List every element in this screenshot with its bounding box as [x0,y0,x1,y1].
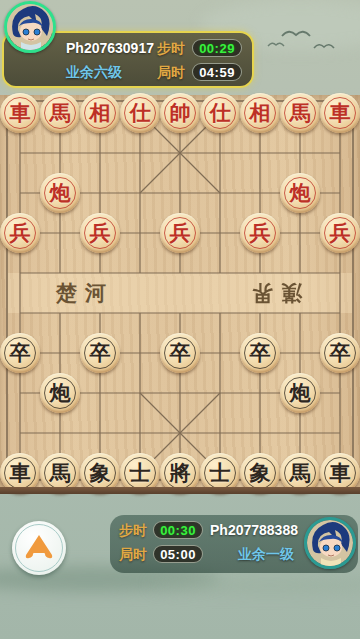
piece-red-馬[interactable]: 馬 [280,93,320,133]
bottom-step-timer: 00:30 [153,521,203,539]
top-game-timer: 04:59 [192,63,242,81]
bottom-player-level: 业余一级 [238,546,294,564]
piece-black-炮[interactable]: 炮 [40,373,80,413]
bottom-step-time-label: 步时 [119,522,147,540]
piece-red-兵[interactable]: 兵 [0,213,40,253]
bottom-game-time-label: 局时 [119,546,147,564]
piece-black-卒[interactable]: 卒 [160,333,200,373]
piece-red-相[interactable]: 相 [240,93,280,133]
top-player-name: Ph207630917 [66,40,154,56]
piece-character: 相 [240,93,280,133]
piece-black-卒[interactable]: 卒 [320,333,360,373]
ink-cloud [150,576,360,594]
piece-black-卒[interactable]: 卒 [80,333,120,373]
top-step-time-label: 步时 [157,40,185,58]
piece-red-炮[interactable]: 炮 [280,173,320,213]
piece-character: 兵 [0,213,40,253]
top-player-avatar[interactable] [4,1,56,53]
piece-character: 車 [0,93,40,133]
piece-black-卒[interactable]: 卒 [240,333,280,373]
piece-character: 兵 [80,213,120,253]
piece-red-馬[interactable]: 馬 [40,93,80,133]
piece-character: 兵 [160,213,200,253]
bottom-player-name: Ph207788388 [210,522,298,538]
piece-character: 仕 [120,93,160,133]
piece-character: 兵 [320,213,360,253]
tent-icon [23,534,55,562]
river-label-right: 漢界 [244,277,302,309]
piece-red-兵[interactable]: 兵 [160,213,200,253]
piece-red-帥[interactable]: 帥 [160,93,200,133]
piece-character: 卒 [240,333,280,373]
piece-red-兵[interactable]: 兵 [320,213,360,253]
piece-character: 兵 [240,213,280,253]
game-screen: Ph207630917 业余六级 步时 局时 00:29 04:59 [0,0,360,639]
piece-red-兵[interactable]: 兵 [240,213,280,253]
piece-character: 車 [320,93,360,133]
piece-character: 馬 [40,93,80,133]
piece-character: 相 [80,93,120,133]
avatar-girl-icon [7,4,53,50]
piece-character: 卒 [0,333,40,373]
piece-character: 炮 [280,373,320,413]
river-label-left: 楚河 [56,277,114,309]
piece-character: 卒 [80,333,120,373]
avatar-girl-icon [307,520,353,566]
board-grid-lines [0,95,360,494]
piece-red-仕[interactable]: 仕 [200,93,240,133]
piece-character: 帥 [160,93,200,133]
piece-black-卒[interactable]: 卒 [0,333,40,373]
piece-red-兵[interactable]: 兵 [80,213,120,253]
piece-red-車[interactable]: 車 [0,93,40,133]
piece-red-車[interactable]: 車 [320,93,360,133]
piece-black-炮[interactable]: 炮 [280,373,320,413]
home-button[interactable] [12,521,66,575]
board-front-edge [0,487,360,494]
bottom-game-timer: 05:00 [153,545,203,563]
piece-character: 炮 [40,373,80,413]
piece-red-炮[interactable]: 炮 [40,173,80,213]
bottom-player-avatar[interactable] [304,517,356,569]
xiangqi-board[interactable]: 楚河 漢界 車馬相仕帥仕相馬車炮炮兵兵兵兵兵卒卒卒卒卒炮炮車馬象士將士象馬車 [0,95,360,494]
piece-red-仕[interactable]: 仕 [120,93,160,133]
piece-character: 馬 [280,93,320,133]
piece-character: 卒 [320,333,360,373]
birds-icon [258,24,348,60]
piece-character: 炮 [40,173,80,213]
piece-red-相[interactable]: 相 [80,93,120,133]
piece-character: 炮 [280,173,320,213]
piece-character: 仕 [200,93,240,133]
top-player-level: 业余六级 [66,64,122,82]
top-step-timer: 00:29 [192,39,242,57]
piece-character: 卒 [160,333,200,373]
top-game-time-label: 局时 [157,64,185,82]
